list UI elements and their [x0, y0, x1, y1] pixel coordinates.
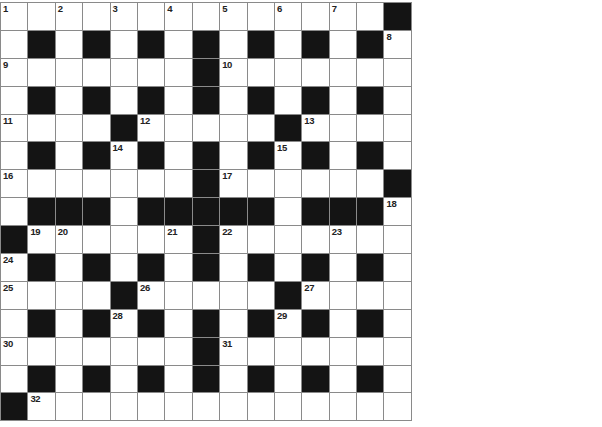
grid-cell[interactable]: [330, 87, 357, 115]
grid-cell[interactable]: [384, 393, 411, 421]
clue-number: 18: [386, 199, 396, 209]
grid-cell[interactable]: 28: [111, 310, 138, 338]
grid-cell[interactable]: [302, 59, 329, 87]
grid-cell[interactable]: [302, 226, 329, 254]
clue-number: 27: [304, 283, 314, 293]
grid-cell[interactable]: [220, 31, 247, 59]
black-cell: [193, 366, 220, 394]
grid-cell[interactable]: [83, 393, 110, 421]
black-cell: [138, 198, 165, 226]
grid-cell[interactable]: [83, 3, 110, 31]
grid-cell[interactable]: [111, 198, 138, 226]
grid-cell[interactable]: [248, 393, 275, 421]
grid-cell[interactable]: [384, 282, 411, 310]
black-cell: [302, 31, 329, 59]
black-cell: [83, 87, 110, 115]
black-cell: [357, 87, 384, 115]
grid-cell[interactable]: [384, 226, 411, 254]
grid-cell[interactable]: [56, 310, 83, 338]
black-cell: [138, 366, 165, 394]
grid-cell[interactable]: 7: [330, 3, 357, 31]
grid-cell[interactable]: 22: [220, 226, 247, 254]
grid-cell[interactable]: [220, 254, 247, 282]
clue-number: 7: [332, 4, 337, 14]
grid-cell[interactable]: [56, 393, 83, 421]
grid-cell[interactable]: [28, 3, 55, 31]
black-cell: [357, 310, 384, 338]
grid-cell[interactable]: [357, 338, 384, 366]
black-cell: [28, 366, 55, 394]
grid-cell[interactable]: [302, 170, 329, 198]
black-cell: [357, 31, 384, 59]
black-cell: [193, 254, 220, 282]
grid-cell[interactable]: [83, 170, 110, 198]
black-cell: [28, 198, 55, 226]
grid-cell[interactable]: [1, 142, 28, 170]
black-cell: [248, 87, 275, 115]
clue-number: 15: [277, 143, 287, 153]
grid-cell[interactable]: [220, 366, 247, 394]
grid-cell[interactable]: [28, 282, 55, 310]
black-cell: [193, 338, 220, 366]
grid-cell[interactable]: [357, 59, 384, 87]
grid-cell[interactable]: [56, 170, 83, 198]
grid-cell[interactable]: 4: [165, 3, 192, 31]
grid-cell[interactable]: [193, 3, 220, 31]
grid-cell[interactable]: 8: [384, 31, 411, 59]
black-cell: [193, 310, 220, 338]
black-cell: [56, 198, 83, 226]
grid-cell[interactable]: [248, 3, 275, 31]
grid-cell[interactable]: [28, 170, 55, 198]
black-cell: [248, 366, 275, 394]
grid-cell[interactable]: [357, 226, 384, 254]
clue-number: 3: [113, 4, 118, 14]
black-cell: [302, 366, 329, 394]
black-cell: [302, 142, 329, 170]
grid-cell[interactable]: 30: [1, 338, 28, 366]
black-cell: [111, 115, 138, 143]
grid-cell[interactable]: [275, 254, 302, 282]
grid-cell[interactable]: [165, 170, 192, 198]
grid-cell[interactable]: [165, 393, 192, 421]
grid-cell[interactable]: [275, 338, 302, 366]
clue-number: 6: [277, 4, 282, 14]
grid-cell[interactable]: [248, 282, 275, 310]
clue-number: 28: [113, 311, 123, 321]
grid-cell[interactable]: [165, 115, 192, 143]
grid-cell[interactable]: [248, 59, 275, 87]
black-cell: [1, 226, 28, 254]
black-cell: [302, 310, 329, 338]
black-cell: [28, 87, 55, 115]
black-cell: [357, 142, 384, 170]
clue-number: 2: [58, 4, 63, 14]
grid-cell[interactable]: [384, 338, 411, 366]
grid-cell[interactable]: [384, 115, 411, 143]
grid-cell[interactable]: [56, 338, 83, 366]
clue-number: 14: [113, 143, 123, 153]
grid-cell[interactable]: [83, 59, 110, 87]
clue-number: 11: [3, 116, 12, 126]
clue-number: 13: [304, 116, 314, 126]
grid-cell[interactable]: 3: [111, 3, 138, 31]
grid-cell[interactable]: [220, 310, 247, 338]
grid-cell[interactable]: 6: [275, 3, 302, 31]
grid-cell[interactable]: 32: [28, 393, 55, 421]
grid-cell[interactable]: [111, 393, 138, 421]
clue-number: 29: [277, 311, 287, 321]
grid-cell[interactable]: [56, 87, 83, 115]
grid-cell[interactable]: [302, 3, 329, 31]
clue-number: 9: [3, 60, 8, 70]
grid-cell[interactable]: 14: [111, 142, 138, 170]
clue-number: 30: [3, 339, 13, 349]
grid-cell[interactable]: [193, 282, 220, 310]
grid-cell[interactable]: 29: [275, 310, 302, 338]
grid-cell[interactable]: [302, 393, 329, 421]
grid-cell[interactable]: [56, 115, 83, 143]
grid-cell[interactable]: [1, 310, 28, 338]
black-cell: [28, 254, 55, 282]
grid-cell[interactable]: [111, 226, 138, 254]
grid-cell[interactable]: 13: [302, 115, 329, 143]
grid-cell[interactable]: [275, 226, 302, 254]
grid-cell[interactable]: 27: [302, 282, 329, 310]
grid-cell[interactable]: [165, 142, 192, 170]
grid-cell[interactable]: 15: [275, 142, 302, 170]
black-cell: [248, 254, 275, 282]
clue-number: 12: [140, 116, 150, 126]
grid-cell[interactable]: [330, 254, 357, 282]
black-cell: [193, 87, 220, 115]
grid-cell[interactable]: 16: [1, 170, 28, 198]
grid-cell[interactable]: 9: [1, 59, 28, 87]
grid-cell[interactable]: [384, 310, 411, 338]
grid-cell[interactable]: [330, 59, 357, 87]
grid-cell[interactable]: 1: [1, 3, 28, 31]
grid-cell[interactable]: [330, 31, 357, 59]
grid-cell[interactable]: [384, 142, 411, 170]
black-cell: [220, 198, 247, 226]
grid-cell[interactable]: [275, 393, 302, 421]
black-cell: [83, 142, 110, 170]
clue-number: 24: [3, 255, 13, 265]
grid-cell[interactable]: [248, 170, 275, 198]
clue-number: 17: [222, 171, 232, 181]
clue-number: 4: [167, 4, 172, 14]
grid-cell[interactable]: [384, 59, 411, 87]
grid-cell[interactable]: [357, 115, 384, 143]
grid-cell[interactable]: [111, 59, 138, 87]
grid-cell[interactable]: [220, 115, 247, 143]
black-cell: [28, 31, 55, 59]
grid-cell[interactable]: [330, 170, 357, 198]
grid-cell[interactable]: [357, 170, 384, 198]
black-cell: [138, 87, 165, 115]
black-cell: [248, 198, 275, 226]
black-cell: [83, 198, 110, 226]
clue-number: 5: [222, 4, 227, 14]
grid-cell[interactable]: [248, 338, 275, 366]
grid-cell[interactable]: [165, 31, 192, 59]
clue-number: 32: [30, 394, 40, 404]
grid-cell[interactable]: [302, 338, 329, 366]
grid-cell[interactable]: [111, 170, 138, 198]
grid-cell[interactable]: 17: [220, 170, 247, 198]
grid-cell[interactable]: 20: [56, 226, 83, 254]
grid-cell[interactable]: [193, 393, 220, 421]
grid-cell[interactable]: [357, 282, 384, 310]
grid-cell[interactable]: [165, 310, 192, 338]
grid-cell[interactable]: [138, 59, 165, 87]
clue-number: 26: [140, 283, 150, 293]
grid-cell[interactable]: [384, 366, 411, 394]
grid-cell[interactable]: [28, 59, 55, 87]
grid-cell[interactable]: [111, 338, 138, 366]
grid-cell[interactable]: [56, 254, 83, 282]
grid-cell[interactable]: [248, 226, 275, 254]
grid-cell[interactable]: [1, 366, 28, 394]
grid-cell[interactable]: 19: [28, 226, 55, 254]
grid-cell[interactable]: [83, 115, 110, 143]
grid-cell[interactable]: 25: [1, 282, 28, 310]
grid-cell[interactable]: [220, 142, 247, 170]
black-cell: [138, 310, 165, 338]
grid-cell[interactable]: [384, 87, 411, 115]
grid-cell[interactable]: [138, 226, 165, 254]
grid-cell[interactable]: [165, 366, 192, 394]
grid-cell[interactable]: 11: [1, 115, 28, 143]
black-cell: [384, 3, 411, 31]
black-cell: [330, 198, 357, 226]
clue-number: 19: [30, 227, 40, 237]
black-cell: [83, 254, 110, 282]
grid-cell[interactable]: 24: [1, 254, 28, 282]
grid-cell[interactable]: [330, 282, 357, 310]
black-cell: [28, 142, 55, 170]
clue-number: 8: [386, 32, 391, 42]
black-cell: [111, 282, 138, 310]
clue-number: 31: [222, 339, 232, 349]
grid-cell[interactable]: [275, 170, 302, 198]
clue-number: 22: [222, 227, 232, 237]
grid-cell[interactable]: [1, 198, 28, 226]
grid-cell[interactable]: [220, 87, 247, 115]
grid-cell[interactable]: [83, 338, 110, 366]
grid-cell[interactable]: [275, 31, 302, 59]
grid-cell[interactable]: [357, 3, 384, 31]
crossword-grid: 1234567891011121314151617181920212223242…: [0, 2, 412, 421]
grid-cell[interactable]: 26: [138, 282, 165, 310]
grid-cell[interactable]: [138, 393, 165, 421]
black-cell: [165, 198, 192, 226]
grid-cell[interactable]: [165, 87, 192, 115]
black-cell: [302, 87, 329, 115]
clue-number: 16: [3, 171, 13, 181]
black-cell: [275, 115, 302, 143]
black-cell: [138, 142, 165, 170]
grid-cell[interactable]: [56, 142, 83, 170]
black-cell: [193, 31, 220, 59]
grid-cell[interactable]: [138, 338, 165, 366]
grid-cell[interactable]: 31: [220, 338, 247, 366]
grid-cell[interactable]: [330, 366, 357, 394]
grid-cell[interactable]: [165, 254, 192, 282]
grid-cell[interactable]: [330, 142, 357, 170]
clue-number: 21: [167, 227, 177, 237]
grid-cell[interactable]: [56, 366, 83, 394]
page: 1234567891011121314151617181920212223242…: [0, 0, 602, 427]
grid-cell[interactable]: [220, 282, 247, 310]
grid-cell[interactable]: [111, 87, 138, 115]
grid-cell[interactable]: [28, 338, 55, 366]
clue-number: 20: [58, 227, 68, 237]
grid-cell[interactable]: 10: [220, 59, 247, 87]
grid-cell[interactable]: [275, 366, 302, 394]
grid-cell[interactable]: [83, 226, 110, 254]
grid-cell[interactable]: [330, 393, 357, 421]
grid-cell[interactable]: [83, 282, 110, 310]
grid-cell[interactable]: [111, 366, 138, 394]
black-cell: [138, 31, 165, 59]
grid-cell[interactable]: 23: [330, 226, 357, 254]
grid-cell[interactable]: [1, 31, 28, 59]
grid-cell[interactable]: 21: [165, 226, 192, 254]
clue-number: 23: [332, 227, 342, 237]
black-cell: [357, 198, 384, 226]
grid-cell[interactable]: [165, 338, 192, 366]
black-cell: [248, 310, 275, 338]
grid-cell[interactable]: [1, 87, 28, 115]
grid-cell[interactable]: [56, 31, 83, 59]
black-cell: [357, 366, 384, 394]
grid-cell[interactable]: 18: [384, 198, 411, 226]
grid-cell[interactable]: [165, 282, 192, 310]
black-cell: [193, 198, 220, 226]
grid-cell[interactable]: [330, 338, 357, 366]
black-cell: [248, 142, 275, 170]
clue-number: 1: [3, 4, 8, 14]
grid-cell[interactable]: [56, 59, 83, 87]
grid-cell[interactable]: [165, 59, 192, 87]
clue-number: 10: [222, 60, 232, 70]
grid-cell[interactable]: [138, 170, 165, 198]
grid-cell[interactable]: [330, 310, 357, 338]
black-cell: [193, 59, 220, 87]
black-cell: [248, 31, 275, 59]
grid-cell[interactable]: [28, 115, 55, 143]
grid-cell[interactable]: [193, 115, 220, 143]
black-cell: [357, 254, 384, 282]
grid-cell[interactable]: 12: [138, 115, 165, 143]
grid-cell[interactable]: [56, 282, 83, 310]
black-cell: [83, 310, 110, 338]
black-cell: [193, 170, 220, 198]
grid-cell[interactable]: [384, 254, 411, 282]
grid-cell[interactable]: [111, 254, 138, 282]
clue-number: 25: [3, 283, 13, 293]
grid-cell[interactable]: [138, 3, 165, 31]
grid-cell[interactable]: 5: [220, 3, 247, 31]
black-cell: [1, 393, 28, 421]
black-cell: [28, 310, 55, 338]
black-cell: [83, 31, 110, 59]
grid-cell[interactable]: [357, 393, 384, 421]
grid-cell[interactable]: [248, 115, 275, 143]
black-cell: [193, 226, 220, 254]
black-cell: [275, 282, 302, 310]
grid-cell[interactable]: 2: [56, 3, 83, 31]
grid-cell[interactable]: [275, 87, 302, 115]
grid-cell[interactable]: [275, 59, 302, 87]
grid-cell[interactable]: [111, 31, 138, 59]
black-cell: [302, 198, 329, 226]
grid-cell[interactable]: [275, 198, 302, 226]
black-cell: [384, 170, 411, 198]
black-cell: [138, 254, 165, 282]
grid-cell[interactable]: [330, 115, 357, 143]
black-cell: [83, 366, 110, 394]
grid-cell[interactable]: [220, 393, 247, 421]
black-cell: [302, 254, 329, 282]
black-cell: [193, 142, 220, 170]
